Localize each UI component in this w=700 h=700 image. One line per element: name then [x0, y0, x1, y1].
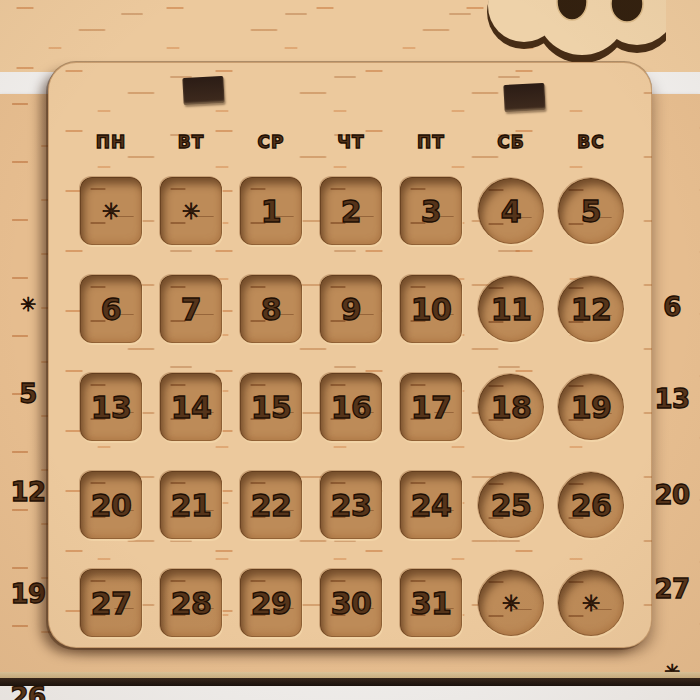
day-window: 14 — [160, 373, 222, 441]
day-number: 7 — [181, 292, 201, 327]
day-window: 22 — [240, 471, 302, 539]
day-window: 19 — [558, 374, 624, 440]
day-window: 23 — [320, 471, 382, 539]
pull-slot-right — [503, 83, 545, 112]
day-number: 16 — [331, 390, 372, 425]
day-number: 26 — [571, 488, 612, 523]
day-window: 24 — [400, 471, 462, 539]
day-window: 21 — [160, 471, 222, 539]
day-number: ✳ — [182, 199, 200, 224]
day-number: 2 — [341, 194, 361, 229]
edge-number-left: 5 — [3, 377, 53, 411]
day-number: 22 — [251, 488, 292, 523]
day-window: 30 — [320, 569, 382, 637]
day-number: 23 — [331, 488, 372, 523]
day-window: 29 — [240, 569, 302, 637]
decorative-cloud-cutout — [486, 0, 666, 64]
day-window: 9 — [320, 275, 382, 343]
day-number: 9 — [341, 292, 361, 327]
day-number: 31 — [411, 586, 452, 621]
weekday-header: ВТ — [151, 129, 231, 155]
day-window: 28 — [160, 569, 222, 637]
day-grid: ✳ ✳ 1 2 3 4 5 6 7 8 9 10 11 12 13 14 15 … — [71, 162, 631, 652]
day-window: ✳ — [558, 570, 624, 636]
edge-number-left: 19 — [3, 577, 53, 611]
day-window: 5 — [558, 178, 624, 244]
day-window: 1 — [240, 177, 302, 245]
weekday-header: ПТ — [391, 129, 471, 155]
day-number: 4 — [501, 194, 521, 229]
day-number: 5 — [581, 194, 601, 229]
day-number: 17 — [411, 390, 452, 425]
edge-number-right: 20 — [647, 478, 697, 512]
sliding-plate: ПН ВТ СР ЧТ ПТ СБ ВС ✳ ✳ 1 2 3 4 5 6 7 8… — [48, 62, 652, 648]
day-window: 6 — [80, 275, 142, 343]
day-number: 18 — [491, 390, 532, 425]
day-window: 18 — [478, 374, 544, 440]
day-number: 28 — [171, 586, 212, 621]
edge-number-right: 27 — [647, 572, 697, 606]
day-number: 11 — [491, 292, 532, 327]
day-window: 27 — [80, 569, 142, 637]
day-window: ✳ — [160, 177, 222, 245]
day-number: 25 — [491, 488, 532, 523]
day-number: 1 — [261, 194, 281, 229]
weekday-header: ЧТ — [311, 129, 391, 155]
edge-number-left: 12 — [3, 475, 53, 509]
day-window: 25 — [478, 472, 544, 538]
weekday-header: СБ — [471, 129, 551, 155]
day-window: 13 — [80, 373, 142, 441]
day-window: ✳ — [80, 177, 142, 245]
day-window: 15 — [240, 373, 302, 441]
day-number: 21 — [171, 488, 212, 523]
day-window: 26 — [558, 472, 624, 538]
edge-number-right: 13 — [647, 382, 697, 416]
day-number: 6 — [101, 292, 121, 327]
day-window: 3 — [400, 177, 462, 245]
edge-number-left: ✳ — [3, 287, 53, 321]
weekday-header: СР — [231, 129, 311, 155]
day-number: 29 — [251, 586, 292, 621]
day-number: 8 — [261, 292, 281, 327]
day-number: 19 — [571, 390, 612, 425]
day-window: ✳ — [478, 570, 544, 636]
day-number: 3 — [421, 194, 441, 229]
day-window: 31 — [400, 569, 462, 637]
day-number: 10 — [411, 292, 452, 327]
edge-number-right: 6 — [647, 290, 697, 324]
weekday-header-row: ПН ВТ СР ЧТ ПТ СБ ВС — [71, 129, 631, 155]
day-number: ✳ — [502, 591, 520, 616]
day-number: ✳ — [102, 199, 120, 224]
day-window: 7 — [160, 275, 222, 343]
day-window: 8 — [240, 275, 302, 343]
weekday-header: ПН — [71, 129, 151, 155]
board-bottom-edge-shadow — [0, 678, 700, 686]
day-window: 2 — [320, 177, 382, 245]
day-number: ✳ — [582, 591, 600, 616]
day-number: 14 — [171, 390, 212, 425]
day-window: 11 — [478, 276, 544, 342]
day-window: 4 — [478, 178, 544, 244]
day-number: 27 — [91, 586, 132, 621]
day-number: 12 — [571, 292, 612, 327]
day-window: 12 — [558, 276, 624, 342]
day-number: 30 — [331, 586, 372, 621]
day-number: 24 — [411, 488, 452, 523]
photo-backdrop: ✳ 5 12 19 26 6 13 20 27 ✳ ПН ВТ СР ЧТ ПТ… — [0, 0, 700, 700]
day-window: 17 — [400, 373, 462, 441]
day-number: 20 — [91, 488, 132, 523]
day-number: 15 — [251, 390, 292, 425]
day-number: 13 — [91, 390, 132, 425]
weekday-header: ВС — [551, 129, 631, 155]
day-window: 20 — [80, 471, 142, 539]
day-window: 10 — [400, 275, 462, 343]
day-window: 16 — [320, 373, 382, 441]
pull-slot-left — [182, 76, 224, 105]
